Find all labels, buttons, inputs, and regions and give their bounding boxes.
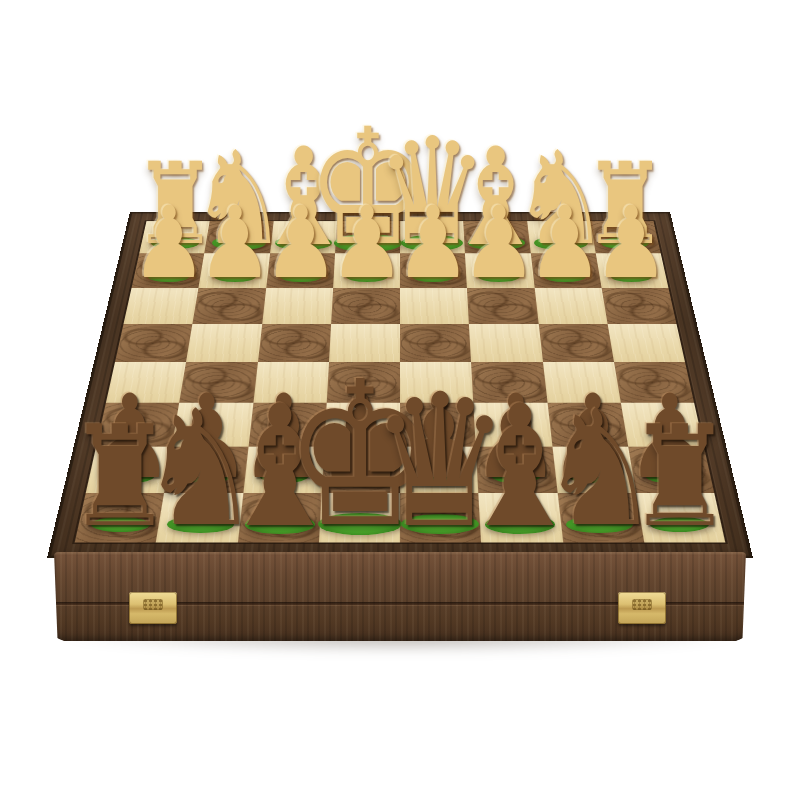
square-g6 [172, 403, 253, 446]
square-c1 [463, 221, 530, 253]
square-a5 [614, 362, 694, 403]
square-e3 [331, 288, 400, 324]
square-d6 [400, 403, 476, 446]
square-e2 [333, 253, 400, 287]
square-d7 [400, 446, 479, 492]
chess-board [47, 212, 753, 558]
square-a7 [628, 446, 714, 492]
square-f1 [270, 221, 337, 253]
square-f4 [258, 324, 331, 362]
square-b3 [534, 288, 607, 324]
square-d3 [400, 288, 469, 324]
square-g3 [193, 288, 266, 324]
square-c8 [479, 493, 563, 543]
square-g2 [199, 253, 270, 287]
board-grid [75, 221, 726, 542]
square-d1 [400, 221, 465, 253]
square-a6 [621, 403, 704, 446]
square-b4 [538, 324, 614, 362]
square-c2 [465, 253, 534, 287]
square-b7 [552, 446, 636, 492]
square-h3 [124, 288, 199, 324]
square-c7 [476, 446, 557, 492]
square-d8 [400, 493, 481, 543]
square-a8 [636, 493, 726, 543]
square-b8 [557, 493, 644, 543]
square-g4 [186, 324, 262, 362]
square-e7 [321, 446, 400, 492]
clasp-logo-icon [143, 599, 163, 610]
chess-box-front [54, 552, 746, 641]
square-e5 [326, 362, 400, 403]
square-e6 [324, 403, 400, 446]
square-g5 [179, 362, 257, 403]
square-b2 [530, 253, 601, 287]
square-b1 [527, 221, 596, 253]
square-a1 [590, 221, 661, 253]
square-d5 [400, 362, 474, 403]
square-h1 [139, 221, 210, 253]
square-f3 [262, 288, 333, 324]
square-f5 [253, 362, 329, 403]
square-g1 [204, 221, 273, 253]
square-c5 [471, 362, 547, 403]
square-h4 [115, 324, 193, 362]
square-f2 [266, 253, 335, 287]
square-e4 [329, 324, 400, 362]
square-c3 [467, 288, 538, 324]
square-h5 [106, 362, 186, 403]
square-b5 [543, 362, 621, 403]
square-a3 [601, 288, 676, 324]
square-h6 [96, 403, 179, 446]
square-a4 [607, 324, 685, 362]
square-h8 [75, 493, 165, 543]
clasp-right [618, 592, 666, 624]
square-g8 [156, 493, 243, 543]
square-g7 [164, 446, 248, 492]
square-d4 [400, 324, 471, 362]
square-b6 [547, 403, 628, 446]
square-f7 [243, 446, 324, 492]
square-e1 [335, 221, 400, 253]
square-f8 [237, 493, 321, 543]
clasp-left [129, 592, 177, 624]
square-c4 [469, 324, 542, 362]
square-e8 [319, 493, 400, 543]
square-a2 [596, 253, 669, 287]
square-c6 [474, 403, 552, 446]
square-d2 [400, 253, 467, 287]
square-h7 [86, 446, 172, 492]
square-h2 [132, 253, 205, 287]
square-f6 [248, 403, 326, 446]
clasp-logo-icon [632, 599, 652, 610]
chess-set-photo: ♜♞♝♚♛♝♞♜♟♟♟♟♟♟♟♟♟♟♟♟♟♟♟♟♜♞♝♚♛♝♞♜ [0, 0, 800, 800]
